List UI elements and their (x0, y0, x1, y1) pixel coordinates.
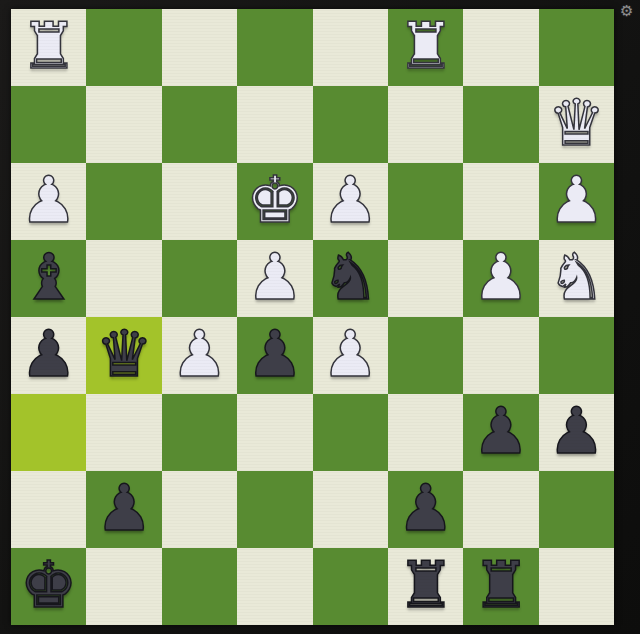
square-b2[interactable]: ♟ (86, 471, 161, 548)
piece-black-rook[interactable]: ♜ (397, 553, 454, 617)
square-d1[interactable] (237, 548, 312, 625)
square-h6[interactable]: ♟ (539, 163, 614, 240)
square-g7[interactable] (463, 86, 538, 163)
square-f5[interactable] (388, 240, 463, 317)
square-c5[interactable] (162, 240, 237, 317)
piece-black-pawn[interactable]: ♟ (20, 322, 77, 386)
piece-white-rook[interactable]: ♜ (20, 14, 77, 78)
square-e6[interactable]: ♟ (313, 163, 388, 240)
piece-white-pawn[interactable]: ♟ (20, 168, 77, 232)
piece-black-pawn[interactable]: ♟ (397, 476, 454, 540)
square-h4[interactable] (539, 317, 614, 394)
piece-white-queen[interactable]: ♛ (548, 91, 605, 155)
piece-white-king[interactable]: ♚ (246, 168, 303, 232)
square-d5[interactable]: ♟ (237, 240, 312, 317)
piece-white-pawn[interactable]: ♟ (246, 245, 303, 309)
square-a2[interactable] (11, 471, 86, 548)
piece-white-pawn[interactable]: ♟ (322, 168, 379, 232)
piece-black-king[interactable]: ♚ (20, 553, 77, 617)
square-h2[interactable] (539, 471, 614, 548)
square-b1[interactable] (86, 548, 161, 625)
square-f1[interactable]: ♜ (388, 548, 463, 625)
square-c1[interactable] (162, 548, 237, 625)
square-d4[interactable]: ♟ (237, 317, 312, 394)
square-e8[interactable] (313, 9, 388, 86)
square-c8[interactable] (162, 9, 237, 86)
square-h5[interactable]: ♞ (539, 240, 614, 317)
piece-black-pawn[interactable]: ♟ (246, 322, 303, 386)
piece-white-knight[interactable]: ♞ (548, 245, 605, 309)
app-background: ⚙ ♜♜♛♟♚♟♟♝♟♞♟♞♟♛♟♟♟♟♟♟♟♚♜♜ (0, 0, 640, 634)
piece-black-pawn[interactable]: ♟ (95, 476, 152, 540)
square-a4[interactable]: ♟ (11, 317, 86, 394)
square-f8[interactable]: ♜ (388, 9, 463, 86)
square-a6[interactable]: ♟ (11, 163, 86, 240)
piece-black-queen[interactable]: ♛ (95, 322, 152, 386)
square-g6[interactable] (463, 163, 538, 240)
square-g4[interactable] (463, 317, 538, 394)
square-e1[interactable] (313, 548, 388, 625)
square-h3[interactable]: ♟ (539, 394, 614, 471)
square-g2[interactable] (463, 471, 538, 548)
square-d8[interactable] (237, 9, 312, 86)
square-c6[interactable] (162, 163, 237, 240)
piece-black-rook[interactable]: ♜ (472, 553, 529, 617)
square-g3[interactable]: ♟ (463, 394, 538, 471)
square-e7[interactable] (313, 86, 388, 163)
square-a3[interactable] (11, 394, 86, 471)
square-g1[interactable]: ♜ (463, 548, 538, 625)
square-h7[interactable]: ♛ (539, 86, 614, 163)
square-a1[interactable]: ♚ (11, 548, 86, 625)
square-c2[interactable] (162, 471, 237, 548)
square-b3[interactable] (86, 394, 161, 471)
square-e4[interactable]: ♟ (313, 317, 388, 394)
square-d6[interactable]: ♚ (237, 163, 312, 240)
square-e5[interactable]: ♞ (313, 240, 388, 317)
square-d7[interactable] (237, 86, 312, 163)
piece-white-pawn[interactable]: ♟ (322, 322, 379, 386)
square-f2[interactable]: ♟ (388, 471, 463, 548)
square-g8[interactable] (463, 9, 538, 86)
square-h1[interactable] (539, 548, 614, 625)
square-g5[interactable]: ♟ (463, 240, 538, 317)
square-f4[interactable] (388, 317, 463, 394)
chess-board: ♜♜♛♟♚♟♟♝♟♞♟♞♟♛♟♟♟♟♟♟♟♚♜♜ (11, 9, 614, 625)
piece-black-pawn[interactable]: ♟ (548, 399, 605, 463)
square-c4[interactable]: ♟ (162, 317, 237, 394)
square-b7[interactable] (86, 86, 161, 163)
square-e2[interactable] (313, 471, 388, 548)
square-a8[interactable]: ♜ (11, 9, 86, 86)
square-f3[interactable] (388, 394, 463, 471)
square-f7[interactable] (388, 86, 463, 163)
square-c3[interactable] (162, 394, 237, 471)
square-d2[interactable] (237, 471, 312, 548)
square-a5[interactable]: ♝ (11, 240, 86, 317)
square-b8[interactable] (86, 9, 161, 86)
square-a7[interactable] (11, 86, 86, 163)
piece-black-bishop[interactable]: ♝ (20, 245, 77, 309)
square-c7[interactable] (162, 86, 237, 163)
piece-black-knight[interactable]: ♞ (322, 245, 379, 309)
square-b4[interactable]: ♛ (86, 317, 161, 394)
square-f6[interactable] (388, 163, 463, 240)
piece-black-pawn[interactable]: ♟ (472, 399, 529, 463)
piece-white-pawn[interactable]: ♟ (171, 322, 228, 386)
square-d3[interactable] (237, 394, 312, 471)
piece-white-pawn[interactable]: ♟ (472, 245, 529, 309)
settings-gear-icon[interactable]: ⚙ (620, 4, 633, 19)
piece-white-pawn[interactable]: ♟ (548, 168, 605, 232)
square-b6[interactable] (86, 163, 161, 240)
piece-white-rook[interactable]: ♜ (397, 14, 454, 78)
square-e3[interactable] (313, 394, 388, 471)
square-b5[interactable] (86, 240, 161, 317)
square-h8[interactable] (539, 9, 614, 86)
